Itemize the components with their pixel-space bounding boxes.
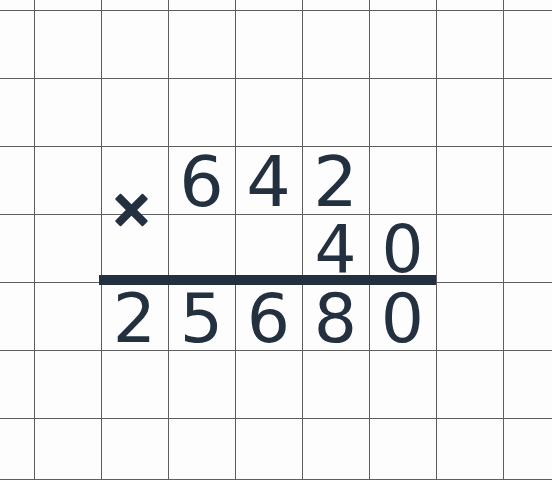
digit-cell: 6 (168, 148, 235, 215)
digit-cell: 0 (369, 216, 436, 283)
digit-cell: 5 (168, 285, 235, 352)
digit-cell: 2 (302, 148, 369, 215)
digit-cell: 6 (235, 285, 302, 352)
grid-paper: × 642 40 25680 (0, 0, 552, 480)
digit-cell: 0 (369, 285, 436, 352)
multiplier-row: 40 (302, 216, 436, 283)
product-row: 25680 (101, 285, 436, 352)
digit-cell: 4 (302, 216, 369, 283)
digit-cell: 8 (302, 285, 369, 352)
digit-cell: 4 (235, 148, 302, 215)
multiplicand-row: 642 (168, 148, 369, 215)
digit-cell: 2 (101, 285, 168, 352)
multiplication-sign: × (98, 176, 165, 243)
